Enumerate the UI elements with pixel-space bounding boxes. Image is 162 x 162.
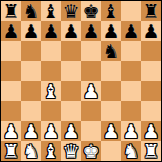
square-h4[interactable] (141, 81, 161, 101)
square-g2[interactable]: ♟ (121, 121, 141, 141)
square-c5[interactable] (41, 61, 61, 81)
white-pawn-piece[interactable]: ♟ (41, 121, 61, 141)
white-pawn-piece[interactable]: ♟ (121, 121, 141, 141)
square-e7[interactable]: ♟ (81, 21, 101, 41)
square-h3[interactable] (141, 101, 161, 121)
black-pawn-piece[interactable]: ♟ (1, 21, 21, 41)
square-d4[interactable] (61, 81, 81, 101)
square-d7[interactable]: ♟ (61, 21, 81, 41)
square-d1[interactable]: ♛ (61, 141, 81, 161)
square-d3[interactable] (61, 101, 81, 121)
square-f3[interactable] (101, 101, 121, 121)
black-knight-piece[interactable]: ♞ (21, 1, 41, 21)
square-e3[interactable] (81, 101, 101, 121)
black-pawn-piece[interactable]: ♟ (81, 21, 101, 41)
square-d2[interactable]: ♟ (61, 121, 81, 141)
square-b6[interactable] (21, 41, 41, 61)
black-king-piece[interactable]: ♚ (81, 1, 101, 21)
square-c3[interactable] (41, 101, 61, 121)
black-pawn-piece[interactable]: ♟ (141, 21, 161, 41)
chess-board-window: ♜♞♝♛♚♝♜♟♟♟♟♟♟♟♟♞♝♟♟♟♟♟♟♟♟♜♞♝♛♚♞♜ (0, 0, 162, 162)
square-f2[interactable]: ♟ (101, 121, 121, 141)
square-b7[interactable]: ♟ (21, 21, 41, 41)
square-b8[interactable]: ♞ (21, 1, 41, 21)
square-e2[interactable] (81, 121, 101, 141)
square-c8[interactable]: ♝ (41, 1, 61, 21)
square-b5[interactable] (21, 61, 41, 81)
square-h2[interactable]: ♟ (141, 121, 161, 141)
square-a4[interactable] (1, 81, 21, 101)
square-f8[interactable]: ♝ (101, 1, 121, 21)
black-rook-piece[interactable]: ♜ (1, 1, 21, 21)
square-f5[interactable] (101, 61, 121, 81)
square-c4[interactable]: ♝ (41, 81, 61, 101)
chess-board: ♜♞♝♛♚♝♜♟♟♟♟♟♟♟♟♞♝♟♟♟♟♟♟♟♟♜♞♝♛♚♞♜ (0, 0, 162, 162)
square-b3[interactable] (21, 101, 41, 121)
square-h7[interactable]: ♟ (141, 21, 161, 41)
square-h1[interactable]: ♜ (141, 141, 161, 161)
square-a7[interactable]: ♟ (1, 21, 21, 41)
square-a3[interactable] (1, 101, 21, 121)
white-knight-piece[interactable]: ♞ (121, 141, 141, 161)
square-h5[interactable] (141, 61, 161, 81)
white-queen-piece[interactable]: ♛ (61, 141, 81, 161)
square-d8[interactable]: ♛ (61, 1, 81, 21)
white-pawn-piece[interactable]: ♟ (21, 121, 41, 141)
square-d5[interactable] (61, 61, 81, 81)
square-h8[interactable]: ♜ (141, 1, 161, 21)
square-g5[interactable] (121, 61, 141, 81)
white-rook-piece[interactable]: ♜ (141, 141, 161, 161)
square-c2[interactable]: ♟ (41, 121, 61, 141)
square-b2[interactable]: ♟ (21, 121, 41, 141)
square-h6[interactable] (141, 41, 161, 61)
black-pawn-piece[interactable]: ♟ (41, 21, 61, 41)
square-f1[interactable] (101, 141, 121, 161)
black-pawn-piece[interactable]: ♟ (61, 21, 81, 41)
square-b1[interactable]: ♞ (21, 141, 41, 161)
square-g6[interactable] (121, 41, 141, 61)
square-a6[interactable] (1, 41, 21, 61)
white-rook-piece[interactable]: ♜ (1, 141, 21, 161)
square-e8[interactable]: ♚ (81, 1, 101, 21)
white-knight-piece[interactable]: ♞ (21, 141, 41, 161)
white-pawn-piece[interactable]: ♟ (101, 121, 121, 141)
white-pawn-piece[interactable]: ♟ (61, 121, 81, 141)
square-c1[interactable]: ♝ (41, 141, 61, 161)
black-queen-piece[interactable]: ♛ (61, 1, 81, 21)
white-king-piece[interactable]: ♚ (81, 141, 101, 161)
square-a8[interactable]: ♜ (1, 1, 21, 21)
square-c6[interactable] (41, 41, 61, 61)
square-g3[interactable] (121, 101, 141, 121)
white-pawn-piece[interactable]: ♟ (141, 121, 161, 141)
square-a2[interactable]: ♟ (1, 121, 21, 141)
white-bishop-piece[interactable]: ♝ (41, 141, 61, 161)
square-g1[interactable]: ♞ (121, 141, 141, 161)
square-e6[interactable] (81, 41, 101, 61)
square-a5[interactable] (1, 61, 21, 81)
square-f6[interactable]: ♞ (101, 41, 121, 61)
square-c7[interactable]: ♟ (41, 21, 61, 41)
square-b4[interactable] (21, 81, 41, 101)
black-pawn-piece[interactable]: ♟ (121, 21, 141, 41)
black-bishop-piece[interactable]: ♝ (101, 1, 121, 21)
black-knight-piece[interactable]: ♞ (101, 41, 121, 61)
square-g7[interactable]: ♟ (121, 21, 141, 41)
square-g8[interactable] (121, 1, 141, 21)
square-f4[interactable] (101, 81, 121, 101)
white-pawn-piece[interactable]: ♟ (81, 81, 101, 101)
white-pawn-piece[interactable]: ♟ (1, 121, 21, 141)
white-bishop-piece[interactable]: ♝ (41, 81, 61, 101)
black-pawn-piece[interactable]: ♟ (101, 21, 121, 41)
black-pawn-piece[interactable]: ♟ (21, 21, 41, 41)
square-d6[interactable] (61, 41, 81, 61)
square-a1[interactable]: ♜ (1, 141, 21, 161)
square-g4[interactable] (121, 81, 141, 101)
square-f7[interactable]: ♟ (101, 21, 121, 41)
black-bishop-piece[interactable]: ♝ (41, 1, 61, 21)
square-e5[interactable] (81, 61, 101, 81)
square-e1[interactable]: ♚ (81, 141, 101, 161)
square-e4[interactable]: ♟ (81, 81, 101, 101)
black-rook-piece[interactable]: ♜ (141, 1, 161, 21)
